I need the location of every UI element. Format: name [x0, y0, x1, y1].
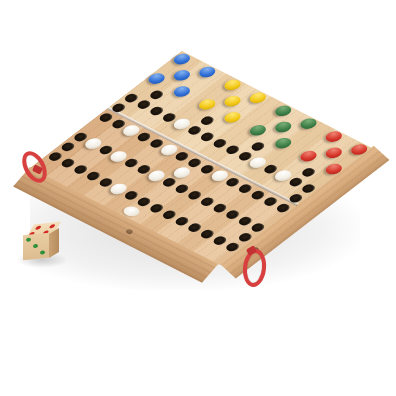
die-pip-green — [26, 237, 31, 241]
wooden-die[interactable] — [20, 222, 66, 266]
die-right-face — [49, 228, 59, 258]
scene — [0, 0, 396, 396]
die-pip-red — [49, 224, 56, 229]
hinge-screw-hole — [125, 228, 134, 235]
die-pip-red — [35, 225, 42, 230]
die-front-face — [23, 233, 49, 260]
die-pip-green — [33, 244, 38, 248]
die-pip-green — [40, 250, 45, 254]
